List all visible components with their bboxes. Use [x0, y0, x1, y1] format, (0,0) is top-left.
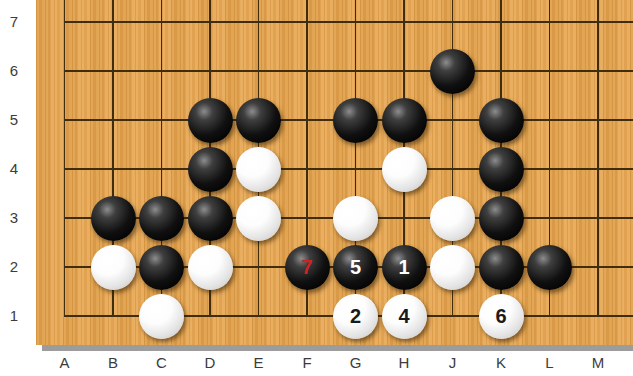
stone-black-D4[interactable] — [188, 147, 233, 192]
stone-black-D3[interactable] — [188, 196, 233, 241]
stone-white-H1[interactable]: 4 — [382, 294, 427, 339]
col-label-H: H — [399, 352, 410, 374]
grid-hline-6 — [64, 70, 633, 72]
stone-black-B3[interactable] — [91, 196, 136, 241]
col-label-G: G — [350, 352, 362, 374]
stone-black-C2[interactable] — [139, 245, 184, 290]
move-number-5: 5 — [350, 257, 361, 278]
stone-black-F2[interactable]: 7 — [285, 245, 330, 290]
grid-hline-4 — [64, 168, 633, 170]
move-number-1: 1 — [398, 257, 409, 278]
stone-white-G1[interactable]: 2 — [333, 294, 378, 339]
grid-vline-A — [64, 0, 66, 317]
grid-hline-7 — [64, 21, 633, 23]
board-surface[interactable] — [36, 0, 633, 345]
stone-black-D5[interactable] — [188, 98, 233, 143]
col-label-K: K — [496, 352, 506, 374]
stone-white-G3[interactable] — [333, 196, 378, 241]
stone-white-D2[interactable] — [188, 245, 233, 290]
move-number-4: 4 — [398, 306, 409, 327]
board-shadow — [42, 345, 633, 351]
col-label-B: B — [108, 352, 118, 374]
col-label-M: M — [592, 352, 605, 374]
row-label-4: 4 — [0, 159, 28, 179]
stone-black-L2[interactable] — [527, 245, 572, 290]
move-number-6: 6 — [495, 306, 506, 327]
row-label-2: 2 — [0, 257, 28, 277]
stone-black-K4[interactable] — [479, 147, 524, 192]
stone-black-K2[interactable] — [479, 245, 524, 290]
move-number-7: 7 — [301, 257, 312, 278]
row-label-1: 1 — [0, 306, 28, 326]
row-label-7: 7 — [0, 12, 28, 32]
stone-white-E3[interactable] — [236, 196, 281, 241]
stone-white-J3[interactable] — [430, 196, 475, 241]
stone-black-G5[interactable] — [333, 98, 378, 143]
grid-vline-M — [597, 0, 599, 317]
col-label-A: A — [59, 352, 69, 374]
row-label-6: 6 — [0, 61, 28, 81]
stone-black-E5[interactable] — [236, 98, 281, 143]
col-label-E: E — [253, 352, 263, 374]
stone-white-J2[interactable] — [430, 245, 475, 290]
stone-black-K5[interactable] — [479, 98, 524, 143]
col-label-F: F — [302, 352, 311, 374]
stone-white-B2[interactable] — [91, 245, 136, 290]
stone-black-H2[interactable]: 1 — [382, 245, 427, 290]
stone-white-C1[interactable] — [139, 294, 184, 339]
row-label-3: 3 — [0, 208, 28, 228]
stone-black-C3[interactable] — [139, 196, 184, 241]
stone-white-K1[interactable]: 6 — [479, 294, 524, 339]
stone-white-E4[interactable] — [236, 147, 281, 192]
col-label-C: C — [156, 352, 167, 374]
move-number-2: 2 — [350, 306, 361, 327]
row-label-5: 5 — [0, 110, 28, 130]
stone-black-G2[interactable]: 5 — [333, 245, 378, 290]
go-diagram: 751246 ABCDEFGHJKLM7654321 — [0, 0, 633, 376]
col-label-D: D — [205, 352, 216, 374]
col-label-J: J — [449, 352, 457, 374]
col-label-L: L — [545, 352, 553, 374]
stone-black-H5[interactable] — [382, 98, 427, 143]
stone-black-K3[interactable] — [479, 196, 524, 241]
stone-white-H4[interactable] — [382, 147, 427, 192]
stone-black-J6[interactable] — [430, 49, 475, 94]
